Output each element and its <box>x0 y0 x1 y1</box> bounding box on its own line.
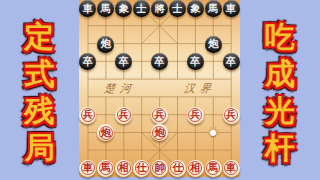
banner-char: 式 <box>25 55 55 92</box>
banner-char: 杆 <box>265 129 295 166</box>
piece-glyph: 卒 <box>226 57 236 67</box>
piece-glyph: 仕 <box>172 163 182 173</box>
banner-char: 残 <box>25 92 55 129</box>
piece-glyph: 炮 <box>208 39 218 49</box>
piece-glyph: 馬 <box>101 163 111 173</box>
piece-red-炮[interactable]: 炮 <box>151 124 168 141</box>
piece-red-兵[interactable]: 兵 <box>223 107 240 124</box>
banner-char: 定 <box>25 18 55 55</box>
piece-red-馬[interactable]: 馬 <box>205 160 222 177</box>
piece-glyph: 卒 <box>190 57 200 67</box>
piece-glyph: 馬 <box>101 4 111 14</box>
piece-glyph: 車 <box>226 163 236 173</box>
last-move-origin-dot <box>210 130 216 136</box>
piece-red-兵[interactable]: 兵 <box>115 107 132 124</box>
piece-black-卒[interactable]: 卒 <box>115 53 132 70</box>
banner-char: 局 <box>25 129 55 166</box>
piece-glyph: 卒 <box>119 57 129 67</box>
piece-glyph: 炮 <box>101 128 111 138</box>
piece-black-卒[interactable]: 卒 <box>223 53 240 70</box>
piece-red-兵[interactable]: 兵 <box>187 107 204 124</box>
piece-glyph: 兵 <box>154 110 164 120</box>
piece-black-炮[interactable]: 炮 <box>205 36 222 53</box>
piece-glyph: 車 <box>83 4 93 14</box>
piece-red-車[interactable]: 車 <box>223 160 240 177</box>
piece-black-象[interactable]: 象 <box>187 0 204 17</box>
piece-black-馬[interactable]: 馬 <box>205 0 222 17</box>
piece-black-士[interactable]: 士 <box>133 0 150 17</box>
piece-glyph: 兵 <box>190 110 200 120</box>
piece-glyph: 兵 <box>83 110 93 120</box>
piece-glyph: 馬 <box>208 163 218 173</box>
piece-black-車[interactable]: 車 <box>79 0 96 17</box>
piece-black-炮[interactable]: 炮 <box>97 36 114 53</box>
piece-black-士[interactable]: 士 <box>169 0 186 17</box>
piece-red-車[interactable]: 車 <box>79 160 96 177</box>
piece-glyph: 車 <box>226 4 236 14</box>
board-grid[interactable]: 車馬象士將士象馬車炮炮卒卒卒卒卒兵兵兵兵兵炮炮車馬相仕帥仕相馬車 <box>79 0 240 177</box>
piece-red-炮[interactable]: 炮 <box>97 124 114 141</box>
video-frame: 定 式 残 局 吃 成 光 杆 楚河 汉界 車馬象士將士象馬車炮炮卒卒卒卒卒兵兵… <box>0 0 320 180</box>
piece-glyph: 炮 <box>101 39 111 49</box>
piece-glyph: 兵 <box>119 110 129 120</box>
piece-glyph: 炮 <box>154 128 164 138</box>
piece-black-馬[interactable]: 馬 <box>97 0 114 17</box>
piece-black-象[interactable]: 象 <box>115 0 132 17</box>
piece-black-卒[interactable]: 卒 <box>79 53 96 70</box>
piece-red-相[interactable]: 相 <box>115 160 132 177</box>
piece-red-仕[interactable]: 仕 <box>169 160 186 177</box>
piece-red-兵[interactable]: 兵 <box>151 107 168 124</box>
piece-glyph: 仕 <box>137 163 147 173</box>
piece-glyph: 象 <box>190 4 200 14</box>
piece-red-兵[interactable]: 兵 <box>79 107 96 124</box>
piece-black-卒[interactable]: 卒 <box>151 53 168 70</box>
xiangqi-board[interactable]: 楚河 汉界 車馬象士將士象馬車炮炮卒卒卒卒卒兵兵兵兵兵炮炮車馬相仕帥仕相馬車 <box>79 0 240 177</box>
piece-glyph: 象 <box>119 4 129 14</box>
piece-glyph: 兵 <box>226 110 236 120</box>
banner-char: 成 <box>265 55 295 92</box>
piece-glyph: 帥 <box>154 163 164 173</box>
piece-red-仕[interactable]: 仕 <box>133 160 150 177</box>
piece-red-帥[interactable]: 帥 <box>151 160 168 177</box>
piece-glyph: 將 <box>154 4 164 14</box>
piece-glyph: 相 <box>190 163 200 173</box>
piece-glyph: 馬 <box>208 4 218 14</box>
piece-black-車[interactable]: 車 <box>223 0 240 17</box>
piece-glyph: 士 <box>137 4 147 14</box>
piece-glyph: 士 <box>172 4 182 14</box>
piece-glyph: 車 <box>83 163 93 173</box>
title-banner-left: 定 式 残 局 <box>0 18 79 166</box>
piece-black-將[interactable]: 將 <box>151 0 168 17</box>
piece-black-卒[interactable]: 卒 <box>187 53 204 70</box>
piece-glyph: 相 <box>119 163 129 173</box>
piece-red-相[interactable]: 相 <box>187 160 204 177</box>
piece-glyph: 卒 <box>83 57 93 67</box>
banner-char: 吃 <box>265 18 295 55</box>
piece-glyph: 卒 <box>154 57 164 67</box>
banner-char: 光 <box>265 92 295 129</box>
title-banner-right: 吃 成 光 杆 <box>240 18 320 166</box>
piece-red-馬[interactable]: 馬 <box>97 160 114 177</box>
